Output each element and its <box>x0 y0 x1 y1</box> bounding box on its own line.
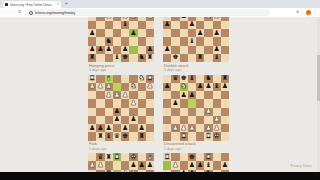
puzzle-cell: ♜♚♜♟♟♛♟♟♟♟♞♟♝♟♟♞♟♟♟♟♟♜♝♚♞♜ Hanging piece… <box>88 17 154 75</box>
square: ♟ <box>121 124 129 132</box>
square <box>163 116 171 124</box>
square: ♟ <box>129 29 137 37</box>
square <box>96 108 104 116</box>
white-pawn: ♟ <box>114 92 120 99</box>
square <box>213 37 221 45</box>
square <box>138 21 146 29</box>
black-pawn: ♟ <box>189 162 195 169</box>
profile-avatar[interactable] <box>306 10 311 15</box>
square <box>129 75 137 83</box>
white-pawn: ♟ <box>105 83 111 90</box>
back-icon[interactable]: ← <box>3 10 8 15</box>
square <box>188 83 196 91</box>
white-knight: ♞ <box>130 83 136 90</box>
square: ♛ <box>96 153 104 161</box>
square <box>188 99 196 107</box>
square <box>171 83 179 91</box>
black-pawn: ♟ <box>205 83 211 90</box>
square: ♝ <box>188 37 196 45</box>
puzzle-caption: Discovered attack 5 days ago <box>163 141 229 154</box>
square <box>138 116 146 124</box>
square: ♟ <box>204 124 212 132</box>
square: ♟ <box>163 83 171 91</box>
letterbox-bar <box>0 172 320 180</box>
black-pawn: ♟ <box>130 162 136 169</box>
square <box>196 21 204 29</box>
square <box>105 116 113 124</box>
square <box>138 37 146 45</box>
square <box>180 37 188 45</box>
square <box>180 153 188 161</box>
square <box>105 21 113 29</box>
square: ♟ <box>171 99 179 107</box>
black-pawn: ♟ <box>89 46 95 53</box>
square: ♟ <box>188 21 196 29</box>
square: ♟ <box>180 124 188 132</box>
chess-board-5[interactable]: ♛♜♜♚♝♟♟♟♟♟♛♟♟♟♟♟♚ <box>88 153 154 172</box>
square <box>146 108 154 116</box>
square <box>129 91 137 99</box>
square: ♟ <box>221 83 229 91</box>
black-pawn: ♟ <box>213 30 219 37</box>
square <box>113 46 121 54</box>
square <box>88 37 96 45</box>
square <box>204 21 212 29</box>
square: ♟ <box>213 116 221 124</box>
black-pawn: ♟ <box>130 116 136 123</box>
square: ♚ <box>188 153 196 161</box>
black-king: ♚ <box>122 133 128 140</box>
square: ♟ <box>163 21 171 29</box>
white-pawn: ♟ <box>122 92 128 99</box>
white-bishop: ♝ <box>147 154 153 161</box>
white-knight: ♞ <box>180 83 186 90</box>
square: ♚ <box>213 132 221 140</box>
black-pawn: ♟ <box>222 83 228 90</box>
puzzle-cell: ♛♚♝♞♜♟♞♟♟♝♟♟♟♟♟♟♟♟♟♟♟♜♜♚ Discovered atta… <box>163 75 229 154</box>
square <box>213 75 221 83</box>
black-pawn: ♟ <box>114 108 120 115</box>
square: ♜ <box>146 75 154 83</box>
black-bishop: ♝ <box>205 162 211 169</box>
square <box>121 83 129 91</box>
square <box>163 54 171 62</box>
black-king: ♚ <box>189 154 195 161</box>
black-pawn: ♟ <box>197 162 203 169</box>
white-pawn: ♟ <box>213 116 219 123</box>
white-rook: ♜ <box>89 75 95 82</box>
white-bishop: ♝ <box>105 75 111 82</box>
square <box>105 99 113 107</box>
square <box>121 153 129 161</box>
black-pawn: ♟ <box>138 162 144 169</box>
square <box>129 46 137 54</box>
square <box>171 116 179 124</box>
white-pawn: ♟ <box>130 100 136 107</box>
black-queen: ♛ <box>97 154 103 161</box>
square: ♟ <box>213 124 221 132</box>
square <box>221 46 229 54</box>
browser-toolbar: ← → ↻ lichess.org/training/history ⊕ ◦ ⋮ <box>0 8 320 17</box>
square <box>221 99 229 107</box>
white-pawn: ♟ <box>147 83 153 90</box>
square: ♝ <box>121 21 129 29</box>
square <box>171 29 179 37</box>
white-pawn: ♟ <box>89 83 95 90</box>
square: ♜ <box>96 132 104 140</box>
black-pawn: ♟ <box>172 100 178 107</box>
square <box>213 153 221 161</box>
square: ♟ <box>105 124 113 132</box>
square <box>213 21 221 29</box>
square: ♞ <box>204 75 212 83</box>
square: ♟ <box>196 83 204 91</box>
square <box>129 132 137 140</box>
white-pawn: ♟ <box>122 17 128 20</box>
square <box>96 99 104 107</box>
square: ♟ <box>204 83 212 91</box>
menu-kebab-icon[interactable]: ⋮ <box>313 11 317 15</box>
white-king: ♚ <box>213 133 219 140</box>
square <box>121 29 129 37</box>
square <box>221 108 229 116</box>
forward-icon[interactable]: → <box>11 10 16 15</box>
square <box>188 54 196 62</box>
square: ♝ <box>113 54 121 62</box>
black-king: ♚ <box>172 54 178 61</box>
square <box>113 37 121 45</box>
square <box>163 75 171 83</box>
square: ♟ <box>129 116 137 124</box>
white-pawn: ♟ <box>97 162 103 169</box>
square <box>196 46 204 54</box>
puzzle-cell: ♜♝♟♞♟♝♟♟♞♟♟♟♟♟♝♟♟♚♜♝ Double attack 4 day… <box>163 17 229 75</box>
square <box>163 108 171 116</box>
black-pawn: ♟ <box>222 162 228 169</box>
new-tab-button[interactable]: + <box>65 2 68 7</box>
square: ♛ <box>171 75 179 83</box>
tab-title: lichess.org • Free Online Chess <box>10 3 56 7</box>
black-pawn: ♟ <box>164 83 170 90</box>
square: ♚ <box>180 75 188 83</box>
square <box>180 29 188 37</box>
square <box>163 91 171 99</box>
square <box>196 132 204 140</box>
black-queen: ♛ <box>172 75 178 82</box>
toolbar-right-cluster: ⊕ ◦ ⋮ <box>296 10 317 15</box>
puzzle-caption-date: 4 days ago <box>164 68 229 72</box>
square <box>113 29 121 37</box>
chess-board-4[interactable]: ♛♚♝♞♜♟♞♟♟♝♟♟♟♟♟♟♟♟♟♟♟♜♜♚ <box>163 75 229 141</box>
square <box>146 99 154 107</box>
white-rook: ♜ <box>147 75 153 82</box>
white-pawn: ♟ <box>213 17 219 20</box>
puzzle-cell: ♜♚♜♟♟♟♝♟♟♟♞♟♚♟♟♟♜ <box>163 153 229 172</box>
black-pawn: ♟ <box>213 46 219 53</box>
footer-links[interactable]: Privacy Terms <box>291 164 312 168</box>
square <box>180 21 188 29</box>
square <box>171 91 179 99</box>
square <box>221 116 229 124</box>
square: ♜ <box>196 54 204 62</box>
square: ♟ <box>213 46 221 54</box>
white-knight: ♞ <box>130 17 136 20</box>
white-pawn: ♟ <box>205 108 211 115</box>
extension-icon[interactable]: ⊕ <box>296 11 299 15</box>
black-bishop: ♝ <box>213 54 219 61</box>
square <box>196 99 204 107</box>
square <box>204 29 212 37</box>
square <box>180 46 188 54</box>
square: ♟ <box>204 108 212 116</box>
black-knight: ♞ <box>105 38 111 45</box>
square: ♞ <box>105 37 113 45</box>
square: ♟ <box>121 46 129 54</box>
square: ♟ <box>88 29 96 37</box>
square <box>204 116 212 124</box>
black-pawn: ♟ <box>130 30 136 37</box>
square <box>204 99 212 107</box>
square: ♝ <box>105 132 113 140</box>
black-knight: ♞ <box>205 75 211 82</box>
puzzle-caption-date: 5 days ago <box>89 147 154 151</box>
square: ♚ <box>121 54 129 62</box>
square <box>196 91 204 99</box>
square: ♜ <box>180 132 188 140</box>
square <box>221 153 229 161</box>
square <box>138 29 146 37</box>
square <box>171 108 179 116</box>
square <box>180 161 188 169</box>
white-rook: ♜ <box>180 133 186 140</box>
square <box>204 54 212 62</box>
black-bishop: ♝ <box>122 21 128 28</box>
black-pawn: ♟ <box>197 83 203 90</box>
square <box>221 29 229 37</box>
square: ♜ <box>138 132 146 140</box>
square: ♟ <box>171 124 179 132</box>
square <box>121 108 129 116</box>
square <box>221 91 229 99</box>
square <box>96 29 104 37</box>
square <box>113 75 121 83</box>
square <box>113 21 121 29</box>
black-pawn: ♟ <box>105 125 111 132</box>
square <box>121 99 129 107</box>
browser-tab[interactable]: lichess.org • Free Online Chess × <box>3 1 61 8</box>
square: ♜ <box>88 54 96 62</box>
black-pawn: ♟ <box>189 21 195 28</box>
square: ♟ <box>88 83 96 91</box>
square <box>129 124 137 132</box>
square <box>171 37 179 45</box>
square <box>121 116 129 124</box>
square <box>188 46 196 54</box>
square: ♟ <box>138 124 146 132</box>
black-pawn: ♟ <box>138 125 144 132</box>
square <box>88 21 96 29</box>
square: ♟ <box>113 91 121 99</box>
square: ♟ <box>196 29 204 37</box>
square <box>105 108 113 116</box>
page-content: ♜♚♜♟♟♛♟♟♟♟♞♟♝♟♟♞♟♟♟♟♟♜♝♚♞♜ Hanging piece… <box>0 17 320 172</box>
square: ♝ <box>213 54 221 62</box>
square <box>96 54 104 62</box>
square <box>221 37 229 45</box>
square <box>221 21 229 29</box>
square <box>88 99 96 107</box>
square: ♟ <box>188 124 196 132</box>
square <box>146 91 154 99</box>
square <box>121 37 129 45</box>
square <box>121 161 129 169</box>
square <box>129 37 137 45</box>
square <box>196 124 204 132</box>
square: ♜ <box>163 153 171 161</box>
square: ♜ <box>221 75 229 83</box>
square <box>138 46 146 54</box>
chess-board-2[interactable]: ♜♝♟♞♟♝♟♟♞♟♟♟♟♟♝♟♟♚♜♝ <box>163 17 229 62</box>
square <box>138 108 146 116</box>
white-pawn: ♟ <box>89 162 95 169</box>
square <box>88 116 96 124</box>
black-pawn: ♟ <box>122 125 128 132</box>
square <box>196 153 204 161</box>
square: ♟ <box>96 46 104 54</box>
black-rook: ♜ <box>147 54 153 61</box>
browser-window: lichess.org • Free Online Chess × + ← → … <box>0 0 320 180</box>
black-pawn: ♟ <box>147 46 153 53</box>
square: ♝ <box>188 75 196 83</box>
close-tab-icon[interactable]: × <box>57 3 59 7</box>
chess-board-3[interactable]: ♜♝♞♜♟♟♟♞♟♟♟♟♟♟♟♟♟♟♟♟♟♜♝♛♚♜ <box>88 75 154 141</box>
square <box>171 46 179 54</box>
puzzle-caption: Fork 5 days ago <box>88 141 154 154</box>
white-pawn: ♟ <box>180 125 186 132</box>
square: ♟ <box>180 91 188 99</box>
square <box>121 75 129 83</box>
chess-board-1[interactable]: ♜♚♜♟♟♛♟♟♟♟♞♟♝♟♟♞♟♟♟♟♟♜♝♚♞♜ <box>88 17 154 62</box>
square <box>204 46 212 54</box>
square <box>221 124 229 132</box>
black-rook: ♜ <box>105 154 111 161</box>
square: ♝ <box>105 75 113 83</box>
square: ♝ <box>213 83 221 91</box>
square: ♜ <box>204 132 212 140</box>
square <box>96 116 104 124</box>
site-favicon-icon <box>5 3 8 6</box>
square <box>188 108 196 116</box>
puzzle-grid: ♜♚♜♟♟♛♟♟♟♟♞♟♝♟♟♞♟♟♟♟♟♜♝♚♞♜ Hanging piece… <box>88 17 229 172</box>
square <box>213 99 221 107</box>
extension-icon[interactable]: ◦ <box>302 11 303 15</box>
square <box>138 91 146 99</box>
square: ♟ <box>146 46 154 54</box>
black-pawn: ♟ <box>114 116 120 123</box>
square: ♟ <box>221 161 229 169</box>
black-rook: ♜ <box>138 133 144 140</box>
address-bar[interactable]: lichess.org/training/history <box>26 9 270 16</box>
square: ♟ <box>88 124 96 132</box>
black-bishop: ♝ <box>213 83 219 90</box>
white-rook: ♜ <box>114 154 120 161</box>
square: ♞ <box>129 83 137 91</box>
square <box>146 132 154 140</box>
square <box>163 124 171 132</box>
square <box>146 29 154 37</box>
square <box>196 116 204 124</box>
puzzle-caption: Double attack 4 days ago <box>163 62 229 75</box>
square: ♟ <box>129 161 137 169</box>
square <box>163 132 171 140</box>
black-queen: ♛ <box>114 133 120 140</box>
chess-board-6[interactable]: ♜♚♜♟♟♟♝♟♟♟♞♟♚♟♟♟♜ <box>163 153 229 172</box>
square: ♞ <box>138 54 146 62</box>
square <box>171 132 179 140</box>
white-pawn: ♟ <box>97 83 103 90</box>
black-pawn: ♟ <box>164 21 170 28</box>
square <box>138 83 146 91</box>
square <box>188 132 196 140</box>
square: ♜ <box>113 153 121 161</box>
square <box>180 99 188 107</box>
black-pawn: ♟ <box>180 17 186 20</box>
white-pawn: ♟ <box>172 125 178 132</box>
square <box>105 54 113 62</box>
black-bishop: ♝ <box>105 133 111 140</box>
square <box>146 116 154 124</box>
black-bishop: ♝ <box>189 38 195 45</box>
black-rook: ♜ <box>89 54 95 61</box>
black-king: ♚ <box>122 54 128 61</box>
white-pawn: ♟ <box>205 125 211 132</box>
square: ♜ <box>88 75 96 83</box>
square: ♟ <box>138 161 146 169</box>
square <box>163 99 171 107</box>
black-pawn: ♟ <box>180 92 186 99</box>
black-pawn: ♟ <box>122 46 128 53</box>
black-pawn: ♟ <box>89 30 95 37</box>
square <box>180 108 188 116</box>
square: ♞ <box>180 83 188 91</box>
square: ♟ <box>96 83 104 91</box>
black-king: ♚ <box>180 75 186 82</box>
square: ♜ <box>146 54 154 62</box>
square <box>129 108 137 116</box>
white-knight: ♞ <box>205 17 211 20</box>
square <box>113 99 121 107</box>
square <box>213 91 221 99</box>
puzzle-caption-date: 4 days ago <box>89 68 154 72</box>
black-pawn: ♟ <box>164 46 170 53</box>
puzzle-cell: ♜♝♞♜♟♟♟♞♟♟♟♟♟♟♟♟♟♟♟♟♟♜♝♛♚♜ Fork 5 days a… <box>88 75 154 154</box>
square: ♝ <box>204 161 212 169</box>
square <box>180 116 188 124</box>
puzzle-caption-date: 5 days ago <box>164 147 229 151</box>
white-pawn: ♟ <box>147 17 153 20</box>
square <box>113 124 121 132</box>
square: ♟ <box>188 161 196 169</box>
square <box>105 29 113 37</box>
square: ♟ <box>188 91 196 99</box>
square <box>204 37 212 45</box>
square: ♚ <box>121 132 129 140</box>
square: ♟ <box>113 108 121 116</box>
reload-icon[interactable]: ↻ <box>18 10 22 15</box>
black-rook: ♜ <box>197 54 203 61</box>
black-pawn: ♟ <box>105 46 111 53</box>
square: ♟ <box>96 161 104 169</box>
